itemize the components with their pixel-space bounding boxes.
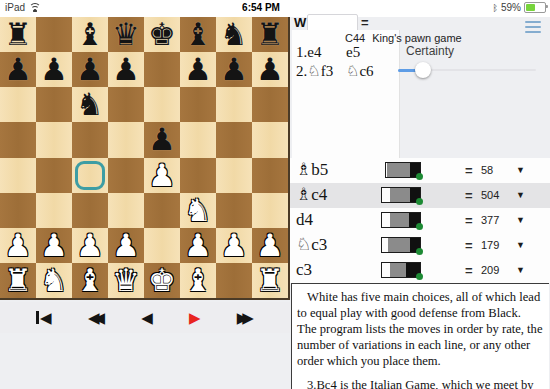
candidate-move-label[interactable]: ♗b5	[296, 159, 328, 181]
description-paragraph: 3.Bc4 is the Italian Game, which we meet…	[297, 377, 543, 389]
slider-knob[interactable]	[415, 62, 431, 78]
black-pawn-piece[interactable]: ♟	[4, 54, 32, 85]
white-bishop-piece[interactable]: ♝	[184, 265, 212, 296]
white-pawn-piece[interactable]: ♟	[256, 230, 284, 261]
candidate-move-row-b5[interactable]: ♗b5=58▼	[290, 158, 550, 183]
bluetooth-icon: ᛒ	[493, 3, 498, 13]
candidate-eval-symbol: =	[465, 213, 473, 228]
square-h7[interactable]: ♟	[252, 52, 288, 87]
win-draw-loss-bar	[381, 237, 421, 253]
square-g4[interactable]	[216, 158, 252, 193]
square-d7[interactable]: ♟	[108, 52, 144, 87]
black-queen-piece[interactable]: ♛	[112, 19, 140, 50]
expand-move-dropdown-icon[interactable]: ▼	[516, 265, 525, 275]
square-a2[interactable]: ♟	[0, 228, 36, 263]
candidate-move-row-c3[interactable]: ♘c3=179▼	[290, 233, 550, 258]
white-rook-piece[interactable]: ♜	[256, 265, 284, 296]
games-count: 377	[481, 214, 499, 226]
candidate-move-row-c4[interactable]: ♗c4=504▼	[290, 183, 550, 208]
square-d8[interactable]: ♛	[108, 17, 144, 52]
book-move-dot	[416, 198, 423, 205]
candidate-eval-symbol: =	[465, 263, 473, 278]
opening-name-line: C44King's pawn game	[345, 32, 462, 44]
move-1-black[interactable]: e5	[346, 44, 360, 61]
white-queen-piece[interactable]: ♛	[112, 265, 140, 296]
square-g2[interactable]: ♟	[216, 228, 252, 263]
candidate-move-label[interactable]: d4	[296, 209, 313, 231]
square-c7[interactable]: ♟	[72, 52, 108, 87]
square-e6[interactable]	[144, 87, 180, 122]
black-king-piece[interactable]: ♚	[148, 19, 176, 50]
square-c4[interactable]	[72, 158, 108, 193]
expand-move-dropdown-icon[interactable]: ▼	[516, 215, 525, 225]
square-f8[interactable]: ♝	[180, 17, 216, 52]
move-1-white[interactable]: 1.e4	[296, 44, 321, 61]
book-move-dot	[416, 273, 423, 280]
eco-code: C44	[345, 32, 365, 44]
candidate-eval-symbol: =	[465, 238, 473, 253]
square-f1[interactable]: ♝	[180, 263, 216, 298]
square-f3[interactable]: ♞	[180, 193, 216, 228]
square-b5[interactable]	[36, 122, 72, 157]
square-f4[interactable]	[180, 158, 216, 193]
square-d1[interactable]: ♛	[108, 263, 144, 298]
square-a4[interactable]	[0, 158, 36, 193]
win-draw-loss-bar	[381, 187, 421, 203]
square-b8[interactable]	[36, 17, 72, 52]
square-g3[interactable]	[216, 193, 252, 228]
black-rook-piece[interactable]: ♜	[256, 19, 284, 50]
square-h2[interactable]: ♟	[252, 228, 288, 263]
black-knight-piece[interactable]: ♞	[76, 89, 104, 120]
evaluation-symbol: =	[361, 15, 369, 30]
square-b2[interactable]: ♟	[36, 228, 72, 263]
battery-icon	[524, 2, 546, 13]
square-e5[interactable]: ♟	[144, 122, 180, 157]
square-a7[interactable]: ♟	[0, 52, 36, 87]
games-count: 179	[481, 239, 499, 251]
black-pawn-piece[interactable]: ♟	[256, 54, 284, 85]
status-bar: iPad 6:54 PM ᛒ 59%	[0, 0, 550, 17]
square-h3[interactable]	[252, 193, 288, 228]
square-h1[interactable]: ♜	[252, 263, 288, 298]
square-h5[interactable]	[252, 122, 288, 157]
square-g1[interactable]	[216, 263, 252, 298]
square-c8[interactable]: ♝	[72, 17, 108, 52]
square-h8[interactable]: ♜	[252, 17, 288, 52]
square-e3[interactable]	[144, 193, 180, 228]
white-pawn-piece[interactable]: ♟	[4, 230, 32, 261]
black-bishop-piece[interactable]: ♝	[76, 19, 104, 50]
menu-icon[interactable]	[525, 21, 541, 36]
black-knight-piece[interactable]: ♞	[220, 19, 248, 50]
forward-button[interactable]: ▶	[189, 310, 201, 325]
square-g6[interactable]	[216, 87, 252, 122]
black-pawn-piece[interactable]: ♟	[148, 124, 176, 155]
highlighted-square-ring	[75, 161, 105, 190]
square-d3[interactable]	[108, 193, 144, 228]
candidate-move-row-c3[interactable]: c3=209▼	[290, 258, 550, 283]
white-pawn-piece[interactable]: ♟	[76, 230, 104, 261]
certainty-label: Certainty	[406, 44, 454, 58]
square-g5[interactable]	[216, 122, 252, 157]
white-pawn-piece[interactable]: ♟	[184, 230, 212, 261]
square-e7[interactable]	[144, 52, 180, 87]
square-b7[interactable]: ♟	[36, 52, 72, 87]
black-pawn-piece[interactable]: ♟	[76, 54, 104, 85]
square-b4[interactable]	[36, 158, 72, 193]
move-2-white[interactable]: 2.♘f3	[296, 62, 333, 80]
candidate-eval-symbol: =	[465, 163, 473, 178]
square-a5[interactable]	[0, 122, 36, 157]
square-a6[interactable]	[0, 87, 36, 122]
move-navigation-bar: ◀◀◀◀▶▶▶	[0, 302, 290, 333]
white-knight-piece[interactable]: ♞	[40, 265, 68, 296]
candidate-eval-symbol: =	[465, 188, 473, 203]
certainty-slider[interactable]	[398, 61, 540, 79]
chess-board[interactable]: ♜♝♛♚♝♞♜♟♟♟♟♟♟♟♞♟♟♞♟♟♟♟♟♟♟♜♞♝♛♚♝♜	[0, 17, 290, 300]
square-c1[interactable]: ♝	[72, 263, 108, 298]
square-b3[interactable]	[36, 193, 72, 228]
square-e1[interactable]: ♚	[144, 263, 180, 298]
square-a8[interactable]: ♜	[0, 17, 36, 52]
white-pawn-piece[interactable]: ♟	[40, 230, 68, 261]
white-knight-piece[interactable]: ♞	[184, 195, 212, 226]
win-draw-loss-bar	[381, 262, 421, 278]
black-rook-piece[interactable]: ♜	[4, 19, 32, 50]
white-pawn-piece[interactable]: ♟	[112, 230, 140, 261]
square-c5[interactable]	[72, 122, 108, 157]
book-move-dot	[416, 173, 423, 180]
move-2-black[interactable]: ♘c6	[346, 62, 374, 80]
square-g7[interactable]: ♟	[216, 52, 252, 87]
games-count: 58	[481, 164, 493, 176]
games-count: 209	[481, 264, 499, 276]
opening-description: White has five main choices, all of whic…	[291, 283, 549, 389]
skip-to-start-button[interactable]: ◀	[36, 310, 52, 325]
candidate-move-label[interactable]: c3	[296, 259, 312, 281]
square-a3[interactable]	[0, 193, 36, 228]
side-to-move-label: W	[294, 15, 306, 30]
square-d2[interactable]: ♟	[108, 228, 144, 263]
white-pawn-piece[interactable]: ♟	[148, 160, 176, 191]
black-pawn-piece[interactable]: ♟	[184, 54, 212, 85]
square-c6[interactable]: ♞	[72, 87, 108, 122]
back-button[interactable]: ◀	[141, 310, 153, 325]
games-count: 504	[481, 189, 499, 201]
clock: 6:54 PM	[0, 2, 522, 13]
square-e2[interactable]	[144, 228, 180, 263]
black-bishop-piece[interactable]: ♝	[184, 19, 212, 50]
book-move-dot	[416, 223, 423, 230]
candidate-move-label[interactable]: ♗c4	[296, 184, 327, 206]
square-f7[interactable]: ♟	[180, 52, 216, 87]
win-draw-loss-bar	[381, 212, 421, 228]
analysis-panel: W = C44King's pawn game 1.e4 e5 2.♘f3 ♘c…	[290, 17, 550, 389]
opening-name: King's pawn game	[372, 32, 462, 44]
candidate-move-row-d4[interactable]: d4=377▼	[290, 208, 550, 233]
black-pawn-piece[interactable]: ♟	[220, 54, 248, 85]
square-h4[interactable]	[252, 158, 288, 193]
white-pawn-piece[interactable]: ♟	[220, 230, 248, 261]
candidate-moves-list: ♗b5=58▼♗c4=504▼d4=377▼♘c3=179▼c3=209▼	[290, 158, 550, 283]
square-d6[interactable]	[108, 87, 144, 122]
white-rook-piece[interactable]: ♜	[4, 265, 32, 296]
battery-percent: 59%	[501, 2, 521, 13]
square-c2[interactable]: ♟	[72, 228, 108, 263]
square-e4[interactable]: ♟	[144, 158, 180, 193]
square-f2[interactable]: ♟	[180, 228, 216, 263]
expand-move-dropdown-icon[interactable]: ▼	[516, 240, 525, 250]
description-paragraph: White has five main choices, all of whic…	[297, 289, 543, 369]
black-pawn-piece[interactable]: ♟	[40, 54, 68, 85]
square-a1[interactable]: ♜	[0, 263, 36, 298]
square-d5[interactable]	[108, 122, 144, 157]
candidate-move-label[interactable]: ♘c3	[296, 234, 327, 256]
book-move-dot	[416, 248, 423, 255]
square-f6[interactable]	[180, 87, 216, 122]
square-c3[interactable]	[72, 193, 108, 228]
square-f5[interactable]	[180, 122, 216, 157]
white-king-piece[interactable]: ♚	[148, 265, 176, 296]
square-h6[interactable]	[252, 87, 288, 122]
white-bishop-piece[interactable]: ♝	[76, 265, 104, 296]
expand-move-dropdown-icon[interactable]: ▼	[516, 165, 525, 175]
square-d4[interactable]	[108, 158, 144, 193]
fast-back-button[interactable]: ◀◀	[88, 310, 105, 325]
expand-move-dropdown-icon[interactable]: ▼	[516, 190, 525, 200]
square-g8[interactable]: ♞	[216, 17, 252, 52]
black-pawn-piece[interactable]: ♟	[112, 54, 140, 85]
square-b6[interactable]	[36, 87, 72, 122]
fast-forward-button[interactable]: ▶▶	[237, 310, 254, 325]
square-b1[interactable]: ♞	[36, 263, 72, 298]
square-e8[interactable]: ♚	[144, 17, 180, 52]
